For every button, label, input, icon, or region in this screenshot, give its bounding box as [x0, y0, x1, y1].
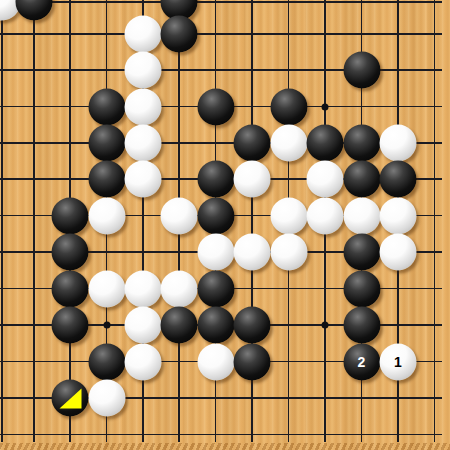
black-stone[interactable]: [343, 234, 380, 271]
white-stone[interactable]: [125, 270, 162, 307]
black-stone[interactable]: [161, 307, 198, 344]
grid-line: [33, 0, 35, 442]
white-stone[interactable]: [380, 125, 417, 162]
white-stone[interactable]: [125, 307, 162, 344]
board-edge: [0, 443, 450, 450]
white-stone[interactable]: 1: [380, 343, 417, 380]
white-stone[interactable]: [307, 161, 344, 198]
star-point: [322, 322, 329, 329]
grid-line: [0, 434, 442, 436]
black-stone[interactable]: [343, 161, 380, 198]
black-stone[interactable]: [343, 52, 380, 89]
white-stone[interactable]: [380, 234, 417, 271]
black-stone[interactable]: [52, 380, 89, 417]
black-stone[interactable]: [16, 0, 53, 21]
black-stone[interactable]: [52, 270, 89, 307]
white-stone[interactable]: [270, 125, 307, 162]
black-stone[interactable]: [197, 88, 234, 125]
black-stone[interactable]: [197, 307, 234, 344]
black-stone[interactable]: 2: [343, 343, 380, 380]
white-stone[interactable]: [197, 343, 234, 380]
black-stone[interactable]: [234, 307, 271, 344]
move-number-label: 1: [394, 355, 402, 369]
black-stone[interactable]: [88, 125, 125, 162]
black-stone[interactable]: [52, 234, 89, 271]
white-stone[interactable]: [343, 197, 380, 234]
white-stone[interactable]: [125, 16, 162, 53]
white-stone[interactable]: [125, 88, 162, 125]
star-point: [322, 103, 329, 110]
white-stone[interactable]: [88, 380, 125, 417]
black-stone[interactable]: [343, 270, 380, 307]
white-stone[interactable]: [88, 197, 125, 234]
grid-line: [0, 33, 442, 35]
triangle-marker-icon: [58, 386, 82, 409]
black-stone[interactable]: [270, 88, 307, 125]
black-stone[interactable]: [343, 307, 380, 344]
grid-line: [434, 0, 436, 442]
white-stone[interactable]: [161, 197, 198, 234]
black-stone[interactable]: [234, 343, 271, 380]
black-stone[interactable]: [88, 88, 125, 125]
white-stone[interactable]: [125, 161, 162, 198]
black-stone[interactable]: [52, 197, 89, 234]
white-stone[interactable]: [125, 343, 162, 380]
black-stone[interactable]: [380, 161, 417, 198]
grid-line: [0, 1, 442, 3]
white-stone[interactable]: [234, 234, 271, 271]
star-point: [103, 322, 110, 329]
black-stone[interactable]: [234, 125, 271, 162]
white-stone[interactable]: [234, 161, 271, 198]
black-stone[interactable]: [307, 125, 344, 162]
white-stone[interactable]: [161, 270, 198, 307]
black-stone[interactable]: [88, 161, 125, 198]
white-stone[interactable]: [197, 234, 234, 271]
grid-line: [1, 0, 3, 442]
white-stone[interactable]: [125, 125, 162, 162]
white-stone[interactable]: [125, 52, 162, 89]
white-stone[interactable]: [307, 197, 344, 234]
white-stone[interactable]: [88, 270, 125, 307]
black-stone[interactable]: [197, 161, 234, 198]
white-stone[interactable]: [270, 197, 307, 234]
black-stone[interactable]: [343, 125, 380, 162]
black-stone[interactable]: [161, 16, 198, 53]
move-number-label: 2: [358, 355, 366, 369]
black-stone[interactable]: [197, 270, 234, 307]
black-stone[interactable]: [52, 307, 89, 344]
white-stone[interactable]: [270, 234, 307, 271]
go-board[interactable]: 21: [0, 0, 450, 450]
white-stone[interactable]: [380, 197, 417, 234]
black-stone[interactable]: [197, 197, 234, 234]
black-stone[interactable]: [88, 343, 125, 380]
